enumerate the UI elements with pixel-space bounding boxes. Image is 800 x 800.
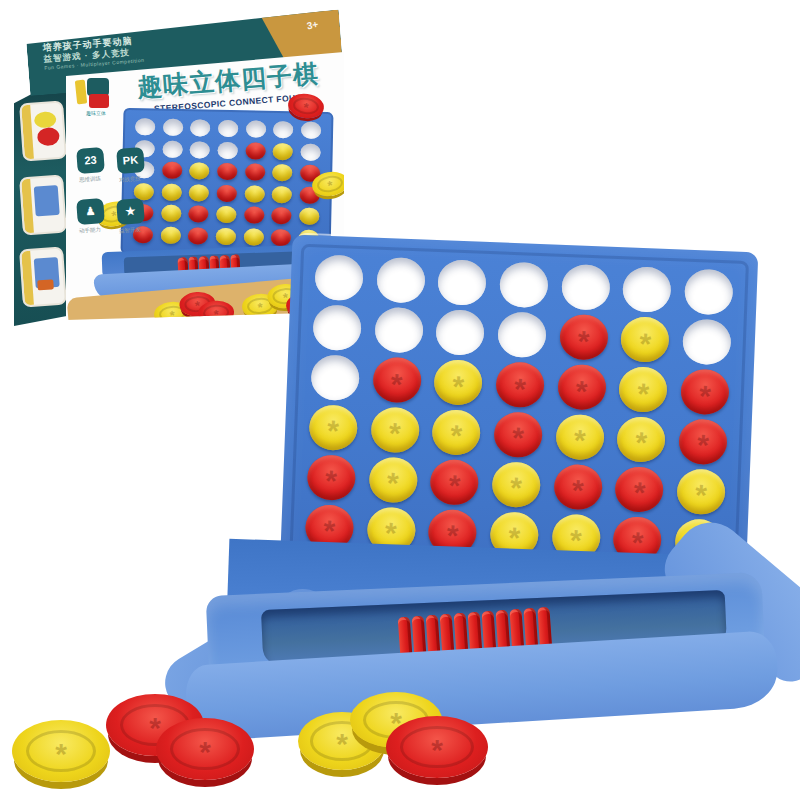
thumbnail-photo — [34, 111, 57, 128]
red-disc — [162, 162, 182, 179]
box-spine — [14, 70, 68, 326]
red-disc — [245, 164, 265, 181]
red-disc — [244, 207, 264, 224]
loose-disc-cluster-right — [298, 692, 508, 792]
badge-caption: 对战竞技 — [114, 175, 146, 184]
yellow-disc — [299, 208, 319, 225]
yellow-disc — [161, 205, 181, 222]
empty-hole — [246, 121, 266, 138]
yellow-disc — [619, 366, 669, 413]
yellow-disc — [676, 468, 726, 515]
empty-hole — [301, 143, 321, 160]
red-loose-disc — [197, 300, 235, 326]
yellow-disc — [617, 416, 667, 463]
red-disc — [372, 357, 422, 404]
thumbnail-photo — [37, 279, 54, 290]
yellow-loose-disc — [12, 720, 110, 782]
hands-on-icon: ♟ — [76, 198, 105, 225]
board-grid — [298, 252, 741, 567]
feature-badges: 23 思维训练 PK 对战竞技 ♟ 动手能力 ★ 益智开发 — [74, 148, 146, 234]
thumbnail-label-strip — [21, 179, 34, 233]
red-disc — [245, 142, 265, 159]
yellow-disc — [620, 316, 670, 363]
thumbnail-label-strip — [21, 105, 34, 159]
box-art-grid — [129, 116, 326, 249]
feature-badge: PK 对战竞技 — [114, 148, 146, 183]
feature-badge: ★ 益智开发 — [114, 199, 146, 234]
logo-caption: 趣味立体 — [74, 110, 118, 116]
red-disc — [188, 205, 208, 222]
red-disc — [430, 459, 480, 506]
empty-hole — [435, 309, 485, 356]
thumbnail-photo — [37, 127, 60, 146]
empty-hole — [190, 141, 210, 158]
red-disc — [615, 466, 665, 513]
red-disc — [493, 411, 543, 458]
yellow-disc — [216, 228, 236, 245]
yellow-disc — [189, 162, 209, 179]
yellow-disc — [272, 186, 292, 203]
empty-hole — [499, 262, 549, 309]
red-disc — [271, 229, 291, 246]
red-disc — [680, 369, 730, 416]
empty-hole — [314, 255, 364, 302]
empty-hole — [162, 140, 182, 157]
feature-badge: ♟ 动手能力 — [74, 199, 106, 234]
yellow-disc — [308, 404, 358, 451]
empty-hole — [310, 354, 360, 401]
yellow-disc — [160, 226, 180, 243]
spine-thumbnail — [19, 101, 67, 162]
empty-hole — [497, 312, 547, 359]
red-disc — [678, 418, 728, 465]
yellow-disc — [161, 183, 181, 200]
empty-hole — [376, 257, 426, 304]
red-disc — [495, 361, 545, 408]
thumbnail-photo — [34, 185, 60, 217]
red-disc — [217, 185, 237, 202]
yellow-disc — [555, 414, 605, 461]
badge-caption: 思维训练 — [74, 175, 106, 184]
red-disc — [553, 463, 603, 510]
logo-block-red — [89, 94, 109, 108]
age-mark: 3+ — [305, 19, 318, 32]
yellow-disc — [370, 407, 420, 454]
empty-hole — [374, 307, 424, 354]
yellow-disc — [272, 164, 292, 181]
red-disc — [557, 364, 607, 411]
empty-hole — [561, 264, 611, 311]
logo-block-yellow — [75, 80, 87, 105]
empty-hole — [301, 122, 321, 139]
box-lid-text: 培养孩子动手要动脑 益智游戏 · 多人竞技 Fun Games · Multip… — [42, 35, 144, 71]
empty-hole — [684, 269, 734, 316]
yellow-disc — [368, 456, 418, 503]
red-disc — [306, 454, 356, 501]
yellow-disc — [244, 185, 264, 202]
red-disc — [188, 227, 208, 244]
red-loose-disc — [156, 718, 254, 780]
yellow-disc — [216, 206, 236, 223]
badge-caption: 动手能力 — [74, 226, 106, 235]
red-loose-disc — [386, 716, 488, 778]
spine-thumbnail — [19, 247, 67, 308]
empty-hole — [163, 119, 183, 136]
brand-logo: 趣味立体 — [74, 76, 118, 118]
yellow-disc — [189, 184, 209, 201]
loose-disc-cluster-left — [12, 692, 272, 796]
red-disc — [559, 314, 609, 361]
empty-hole — [217, 142, 237, 159]
empty-hole — [135, 118, 155, 135]
red-disc — [272, 207, 292, 224]
empty-hole — [273, 121, 293, 138]
blocks-123-icon: 23 — [76, 147, 105, 174]
education-icon: ★ — [116, 198, 145, 225]
yellow-disc — [491, 461, 541, 508]
pk-battle-icon: PK — [116, 147, 145, 174]
empty-hole — [682, 319, 732, 366]
empty-hole — [312, 305, 362, 352]
yellow-disc — [243, 228, 263, 245]
box-art-disc-cluster-left — [153, 289, 246, 335]
empty-hole — [437, 260, 487, 307]
feature-badge: 23 思维训练 — [74, 148, 106, 183]
thumbnail-label-strip — [21, 251, 34, 305]
empty-hole — [218, 120, 238, 137]
red-disc — [217, 163, 237, 180]
badge-caption: 益智开发 — [114, 226, 146, 235]
yellow-disc — [273, 143, 293, 160]
yellow-disc — [432, 409, 482, 456]
spine-thumbnail — [19, 175, 67, 236]
empty-hole — [190, 119, 210, 136]
empty-hole — [622, 267, 672, 314]
yellow-disc — [434, 359, 484, 406]
